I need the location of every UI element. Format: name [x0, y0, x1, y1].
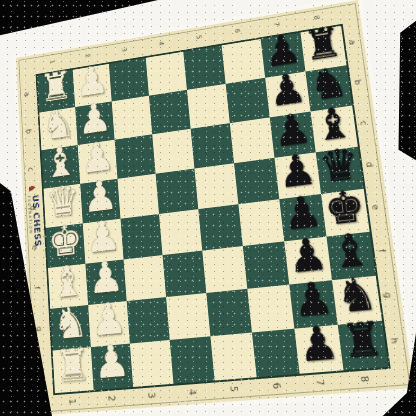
rank-label-bottom-1: 1: [62, 379, 85, 416]
square-g4: [166, 293, 210, 340]
knight-logo-icon: ♞: [28, 184, 37, 194]
file-label-left-g: g: [20, 316, 59, 342]
square-c5: [191, 123, 234, 168]
square-c2: ♟: [78, 140, 118, 184]
square-g2: ♟: [88, 301, 130, 347]
rank-label-top-1: 1: [42, 42, 63, 82]
rank-label-top-4: 4: [150, 23, 173, 64]
square-c6: [230, 117, 275, 163]
file-label-right-f: f: [359, 236, 406, 264]
square-c7: ♟: [270, 112, 316, 158]
square-b3: [112, 96, 153, 140]
square-e6: [238, 199, 284, 246]
rank-label-bottom-5: 5: [221, 366, 248, 413]
square-b2: ♟: [75, 101, 114, 145]
rank-label-top-7: 7: [264, 3, 290, 45]
square-e3: [121, 214, 163, 259]
square-e4: [159, 209, 202, 255]
file-label-right-e: e: [353, 193, 400, 221]
square-e5: [198, 204, 243, 250]
square-d2: ♟: [80, 179, 120, 224]
square-f2: ♟: [85, 259, 126, 305]
square-f6: [243, 241, 289, 288]
square-d7: ♟: [274, 152, 321, 199]
rank-label-bottom-2: 2: [100, 376, 124, 416]
square-f3: [124, 255, 167, 301]
square-f4: [163, 251, 207, 297]
file-label-right-d: d: [347, 150, 393, 178]
square-f5: [202, 246, 247, 293]
rank-label-top-3: 3: [113, 29, 136, 69]
file-label-right-h: h: [371, 326, 416, 354]
rank-label-bottom-3: 3: [140, 372, 165, 416]
square-f7: ♟: [284, 237, 332, 285]
file-label-left-f: f: [19, 275, 57, 301]
square-g3: [127, 297, 170, 344]
file-label-right-c: c: [342, 109, 388, 137]
rank-label-top-6: 6: [226, 10, 251, 51]
square-b6: [226, 78, 270, 123]
rank-label-top-2: 2: [78, 36, 100, 76]
chess-board-mat: ♜♟♟♜♞♟♟♞♝♟♟♝♛♟♟♛♚♟♟♚♝♟♟♝♞♟♟♞♜♟♟♜ aa11bb2…: [16, 0, 414, 416]
square-d3: [118, 174, 160, 219]
square-e2: ♟: [83, 219, 124, 264]
square-b5: [187, 84, 230, 129]
square-d6: [234, 158, 279, 204]
rank-label-top-5: 5: [187, 17, 211, 58]
square-c4: [152, 129, 194, 174]
square-g6: [247, 285, 294, 333]
square-g5: [206, 289, 252, 336]
square-b4: [149, 90, 191, 134]
square-b7: ♟: [265, 72, 310, 118]
file-label-left-h: h: [22, 358, 61, 384]
rank-label-top-8: 8: [304, 0, 331, 39]
square-d4: [156, 169, 199, 214]
rank-label-bottom-4: 4: [180, 369, 206, 415]
square-c3: [115, 134, 156, 179]
file-label-right-g: g: [365, 281, 413, 309]
square-e7: ♟: [279, 194, 326, 241]
square-d5: [194, 163, 238, 209]
logo-text: US CHESS: [31, 194, 42, 247]
board-photo: ♜♟♟♜♞♟♟♞♝♟♟♝♛♟♟♛♚♟♟♚♝♟♟♝♞♟♟♞♜♟♟♜ aa11bb2…: [0, 0, 416, 416]
square-g7: ♟: [289, 280, 337, 328]
